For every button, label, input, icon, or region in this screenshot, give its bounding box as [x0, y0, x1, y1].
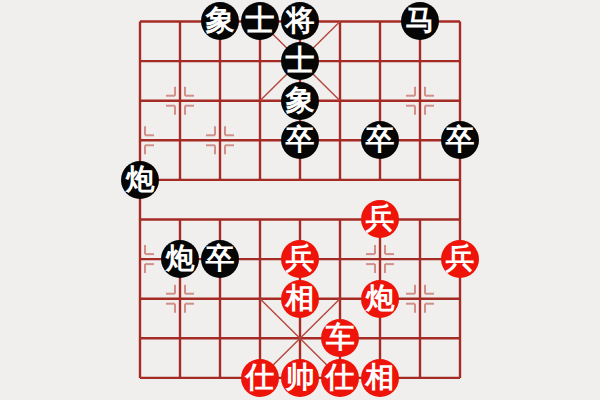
board-point: 卒	[280, 120, 320, 160]
piece-black-general[interactable]: 将	[281, 2, 319, 40]
xiangqi-board-screen: 象士将马士象卒卒卒炮炮卒兵兵兵相炮车仕帅仕相	[0, 0, 600, 400]
board-point: 炮	[160, 239, 200, 279]
piece-red-soldier[interactable]: 兵	[441, 240, 479, 278]
piece-red-elephant[interactable]: 相	[281, 280, 319, 318]
piece-black-elephant[interactable]: 象	[281, 82, 319, 120]
board-point: 仕	[320, 358, 360, 398]
board-point: 兵	[280, 239, 320, 279]
piece-black-elephant[interactable]: 象	[201, 2, 239, 40]
board-point: 车	[320, 318, 360, 358]
piece-red-soldier[interactable]: 兵	[281, 240, 319, 278]
piece-red-soldier[interactable]: 兵	[361, 200, 399, 238]
piece-red-chariot[interactable]: 车	[321, 319, 359, 357]
board-point: 帅	[280, 358, 320, 398]
board-point: 仕	[240, 358, 280, 398]
board-point: 相	[280, 279, 320, 319]
board-point: 马	[400, 2, 440, 42]
board-point: 士	[280, 41, 320, 81]
piece-black-soldier[interactable]: 卒	[441, 121, 479, 159]
piece-black-advisor[interactable]: 士	[241, 2, 279, 40]
piece-black-soldier[interactable]: 卒	[361, 121, 399, 159]
piece-layer: 象士将马士象卒卒卒炮炮卒兵兵兵相炮车仕帅仕相	[120, 2, 480, 398]
board-point: 卒	[200, 239, 240, 279]
piece-red-advisor[interactable]: 仕	[321, 359, 359, 397]
piece-red-advisor[interactable]: 仕	[241, 359, 279, 397]
board-point: 炮	[120, 160, 160, 200]
piece-black-cannon[interactable]: 炮	[161, 240, 199, 278]
board-point: 炮	[360, 279, 400, 319]
piece-red-general[interactable]: 帅	[281, 359, 319, 397]
piece-black-soldier[interactable]: 卒	[201, 240, 239, 278]
piece-black-horse[interactable]: 马	[401, 2, 439, 40]
piece-black-advisor[interactable]: 士	[281, 42, 319, 80]
board-point: 象	[280, 81, 320, 121]
board-point: 士	[240, 2, 280, 42]
board-point: 卒	[360, 120, 400, 160]
piece-red-elephant[interactable]: 相	[361, 359, 399, 397]
board-point: 卒	[440, 120, 480, 160]
board-point: 兵	[440, 239, 480, 279]
board-point: 象	[200, 2, 240, 42]
board-point: 相	[360, 358, 400, 398]
piece-black-cannon[interactable]: 炮	[121, 161, 159, 199]
piece-black-soldier[interactable]: 卒	[281, 121, 319, 159]
piece-red-cannon[interactable]: 炮	[361, 280, 399, 318]
board-point: 将	[280, 2, 320, 42]
board-point: 兵	[360, 200, 400, 240]
